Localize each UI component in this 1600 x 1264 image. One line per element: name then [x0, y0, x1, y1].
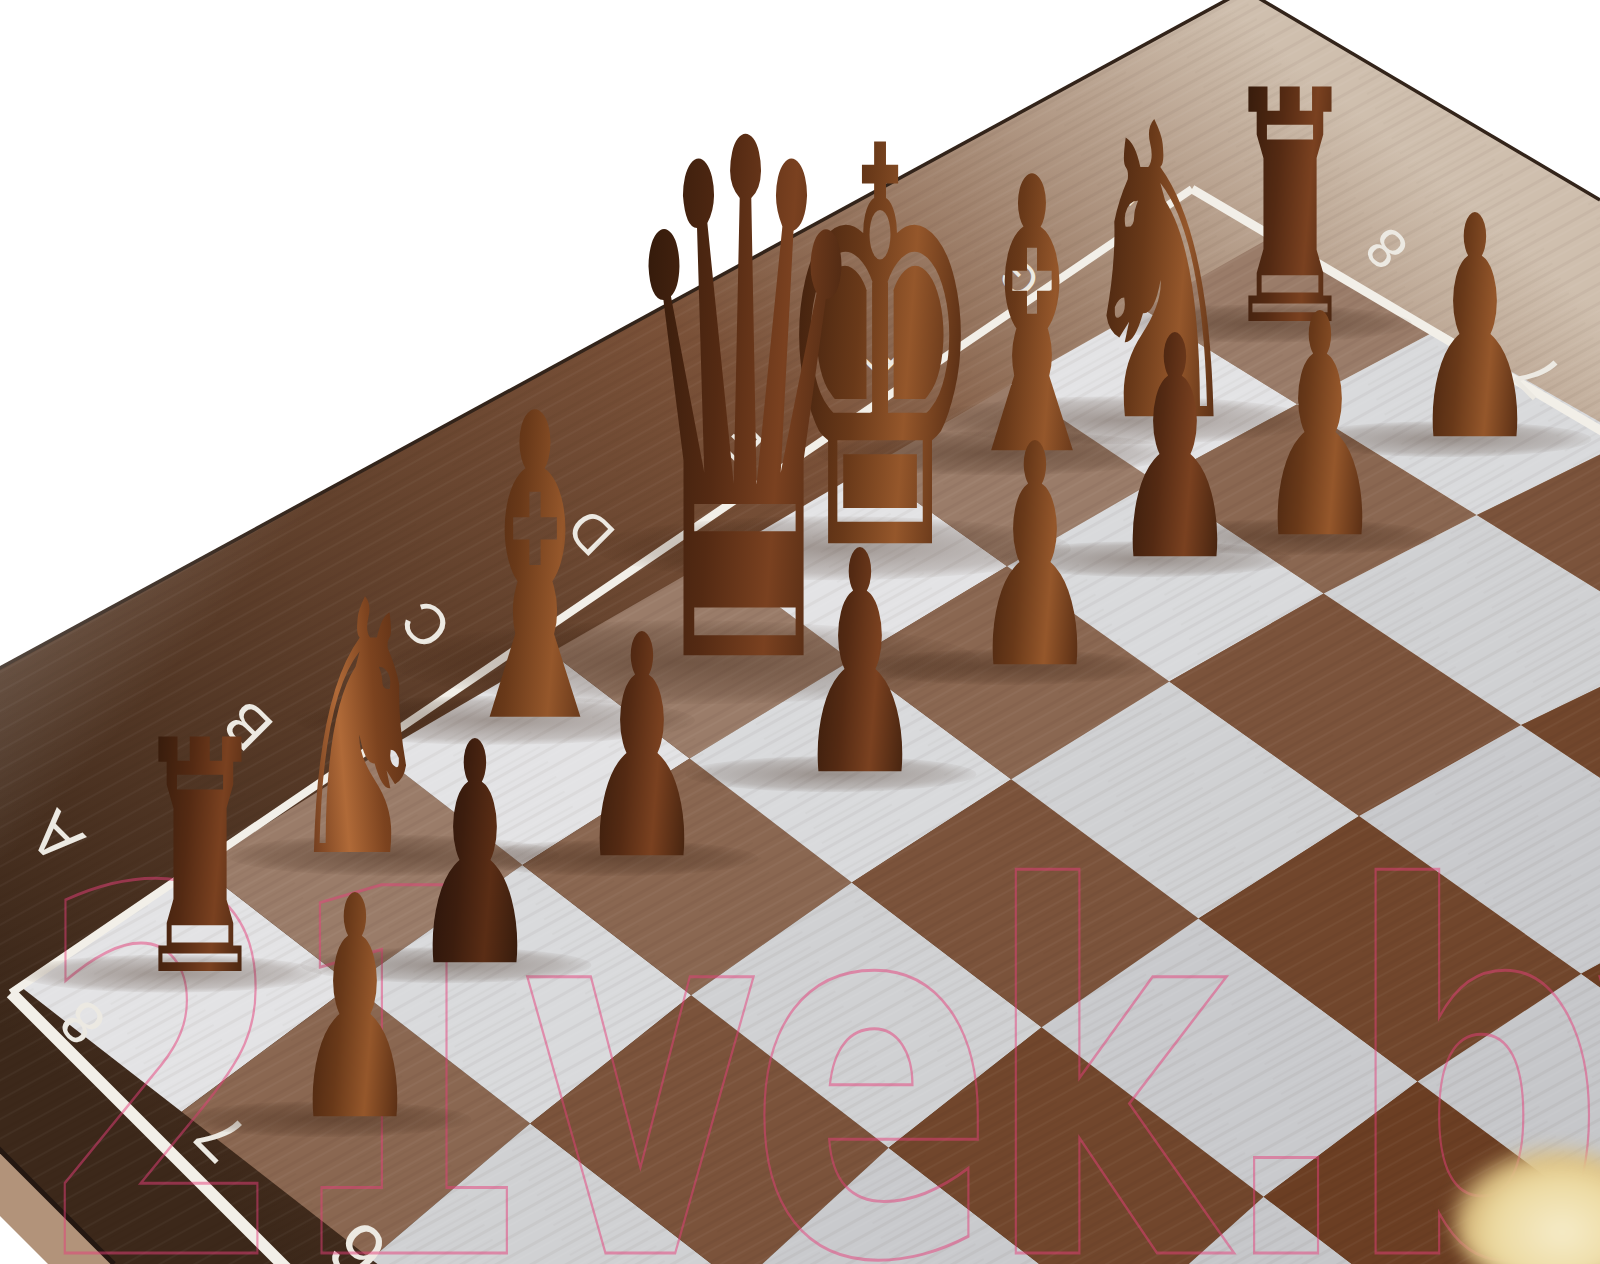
piece-black-rook-a8: ♜ — [134, 735, 266, 985]
piece-black-pawn-h7: ♟ — [1412, 210, 1539, 449]
rook-glyph: ♜ — [134, 735, 266, 985]
piece-black-pawn-c7: ♟ — [579, 629, 706, 868]
pawn-glyph: ♟ — [1412, 210, 1539, 449]
piece-black-knight-b8: ♞ — [288, 595, 432, 868]
piece-black-pawn-d7: ♟ — [797, 545, 924, 784]
piece-black-pawn-f7: ♟ — [1112, 330, 1239, 569]
pawn-glyph: ♟ — [1112, 330, 1239, 569]
knight-glyph: ♞ — [288, 595, 432, 868]
piece-black-pawn-a7: ♟ — [292, 890, 419, 1129]
piece-black-pawn-b7: ♟ — [412, 736, 539, 975]
piece-black-pawn-g7: ♟ — [1257, 308, 1384, 547]
pawn-glyph: ♟ — [579, 629, 706, 868]
pawn-glyph: ♟ — [1257, 308, 1384, 547]
pawn-glyph: ♟ — [797, 545, 924, 784]
pawn-glyph: ♟ — [972, 438, 1099, 677]
pawn-glyph: ♟ — [292, 890, 419, 1129]
chessboard-photo: ABCDEFGH87687 21vek.by ♜♞♝♛♚♝♞♜♟♟♟♟♟♟♟♟ — [0, 0, 1600, 1264]
pieces-layer: ♜♞♝♛♚♝♞♜♟♟♟♟♟♟♟♟ — [0, 0, 1600, 1264]
piece-black-pawn-e7: ♟ — [972, 438, 1099, 677]
pawn-glyph: ♟ — [412, 736, 539, 975]
